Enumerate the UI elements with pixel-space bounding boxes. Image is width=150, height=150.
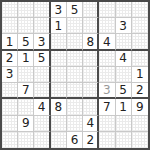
- cell-r2c5[interactable]: [67, 18, 83, 34]
- cell-r1c9[interactable]: [132, 2, 148, 18]
- cell-r5c2[interactable]: [18, 67, 34, 83]
- cell-r7c6[interactable]: [83, 99, 99, 115]
- cell-r9c8[interactable]: [116, 132, 132, 148]
- cell-r3c6[interactable]: 8: [83, 34, 99, 50]
- cell-r2c1[interactable]: [2, 18, 18, 34]
- given-digit: 1: [54, 20, 62, 32]
- given-digit: 2: [86, 134, 94, 146]
- cell-r8c1[interactable]: [2, 116, 18, 132]
- cell-r6c5[interactable]: [67, 83, 83, 99]
- cell-r9c4[interactable]: [51, 132, 67, 148]
- cell-r3c4[interactable]: [51, 34, 67, 50]
- cell-r8c8[interactable]: [116, 116, 132, 132]
- sudoku-board: 3513153842154317352487199462: [0, 0, 150, 150]
- cell-r6c6[interactable]: [83, 83, 99, 99]
- given-digit: 4: [119, 52, 127, 64]
- cell-r5c3[interactable]: [34, 67, 50, 83]
- cell-r5c7[interactable]: [99, 67, 115, 83]
- cell-r7c1[interactable]: [2, 99, 18, 115]
- cell-r5c8[interactable]: [116, 67, 132, 83]
- given-digit: 3: [54, 4, 62, 16]
- cell-r7c5[interactable]: [67, 99, 83, 115]
- cell-r4c7[interactable]: [99, 51, 115, 67]
- given-digit: 7: [22, 84, 30, 96]
- cell-r8c4[interactable]: [51, 116, 67, 132]
- given-digit: 8: [54, 101, 62, 113]
- given-digit: 9: [22, 117, 30, 129]
- cell-r6c7[interactable]: 3: [99, 83, 115, 99]
- cell-r3c7[interactable]: 4: [99, 34, 115, 50]
- given-digit: 6: [71, 134, 79, 146]
- cell-r6c8[interactable]: 5: [116, 83, 132, 99]
- cell-r4c3[interactable]: 5: [34, 51, 50, 67]
- cell-r6c3[interactable]: [34, 83, 50, 99]
- cell-r8c6[interactable]: 4: [83, 116, 99, 132]
- cell-r2c6[interactable]: [83, 18, 99, 34]
- cell-r9c1[interactable]: [2, 132, 18, 148]
- given-digit: 2: [6, 52, 14, 64]
- cell-r1c4[interactable]: 3: [51, 2, 67, 18]
- cell-r4c2[interactable]: 1: [18, 51, 34, 67]
- cell-r5c6[interactable]: [83, 67, 99, 83]
- cell-r8c7[interactable]: [99, 116, 115, 132]
- given-digit: 1: [136, 68, 144, 80]
- given-digit: 4: [38, 101, 46, 113]
- given-digit: 3: [6, 68, 14, 80]
- cell-r2c8[interactable]: 3: [116, 18, 132, 34]
- cell-r1c8[interactable]: [116, 2, 132, 18]
- cell-r4c8[interactable]: 4: [116, 51, 132, 67]
- cell-r1c7[interactable]: [99, 2, 115, 18]
- given-digit: 2: [136, 84, 144, 96]
- cell-r9c9[interactable]: [132, 132, 148, 148]
- cell-r9c6[interactable]: 2: [83, 132, 99, 148]
- cell-r4c9[interactable]: [132, 51, 148, 67]
- cell-r6c9[interactable]: 2: [132, 83, 148, 99]
- cell-r8c2[interactable]: 9: [18, 116, 34, 132]
- given-digit: 3: [38, 36, 46, 48]
- cell-r4c5[interactable]: [67, 51, 83, 67]
- given-digit: 8: [86, 36, 94, 48]
- cell-r8c9[interactable]: [132, 116, 148, 132]
- cell-r5c1[interactable]: 3: [2, 67, 18, 83]
- given-digit: 9: [136, 101, 144, 113]
- cell-r7c7[interactable]: 7: [99, 99, 115, 115]
- given-digit: 3: [119, 20, 127, 32]
- cell-r3c2[interactable]: 5: [18, 34, 34, 50]
- cell-r7c8[interactable]: 1: [116, 99, 132, 115]
- given-digit: 5: [22, 36, 30, 48]
- cell-r5c5[interactable]: [67, 67, 83, 83]
- cell-r5c9[interactable]: 1: [132, 67, 148, 83]
- cell-r7c2[interactable]: [18, 99, 34, 115]
- cell-r6c2[interactable]: 7: [18, 83, 34, 99]
- cell-r5c4[interactable]: [51, 67, 67, 83]
- cell-r1c1[interactable]: [2, 2, 18, 18]
- given-digit: 4: [103, 36, 111, 48]
- cell-r2c3[interactable]: [34, 18, 50, 34]
- cell-r9c5[interactable]: 6: [67, 132, 83, 148]
- cell-r2c4[interactable]: 1: [51, 18, 67, 34]
- cell-r7c9[interactable]: 9: [132, 99, 148, 115]
- cell-r3c9[interactable]: [132, 34, 148, 50]
- cell-r3c3[interactable]: 3: [34, 34, 50, 50]
- cell-r6c4[interactable]: [51, 83, 67, 99]
- given-digit: 5: [38, 52, 46, 64]
- given-digit: 4: [86, 117, 94, 129]
- given-digit: 1: [6, 36, 14, 48]
- cell-r4c1[interactable]: 2: [2, 51, 18, 67]
- given-digit: 7: [103, 101, 111, 113]
- cell-r1c3[interactable]: [34, 2, 50, 18]
- cell-r3c1[interactable]: 1: [2, 34, 18, 50]
- cell-r2c2[interactable]: [18, 18, 34, 34]
- given-digit: 5: [119, 84, 127, 96]
- cell-r7c3[interactable]: 4: [34, 99, 50, 115]
- cell-r1c5[interactable]: 5: [67, 2, 83, 18]
- cell-r1c2[interactable]: [18, 2, 34, 18]
- cell-r9c3[interactable]: [34, 132, 50, 148]
- cell-r3c8[interactable]: [116, 34, 132, 50]
- cell-r2c7[interactable]: [99, 18, 115, 34]
- cell-r3c5[interactable]: [67, 34, 83, 50]
- cell-r2c9[interactable]: [132, 18, 148, 34]
- cell-r8c3[interactable]: [34, 116, 50, 132]
- cell-r6c1[interactable]: [2, 83, 18, 99]
- cell-r9c2[interactable]: [18, 132, 34, 148]
- given-digit: 1: [22, 52, 30, 64]
- cell-r8c5[interactable]: [67, 116, 83, 132]
- cell-r9c7[interactable]: [99, 132, 115, 148]
- cell-r7c4[interactable]: 8: [51, 99, 67, 115]
- cell-r4c6[interactable]: [83, 51, 99, 67]
- cell-r4c4[interactable]: [51, 51, 67, 67]
- entered-digit: 3: [103, 84, 111, 96]
- cell-r1c6[interactable]: [83, 2, 99, 18]
- given-digit: 5: [71, 4, 79, 16]
- given-digit: 1: [119, 101, 127, 113]
